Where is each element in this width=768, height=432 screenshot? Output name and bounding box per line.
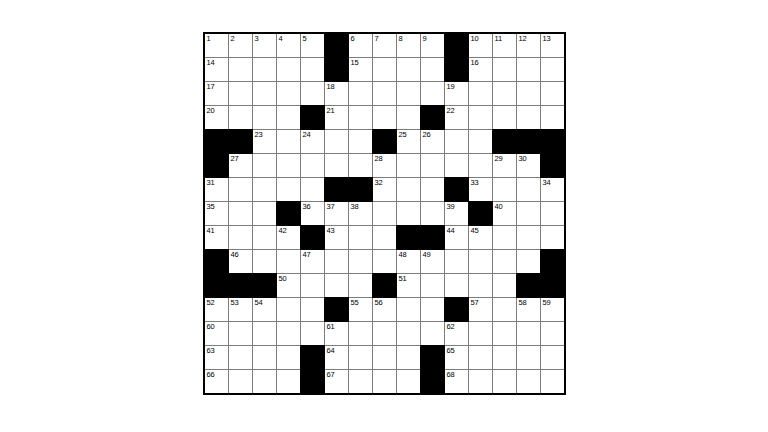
white-square[interactable]: 53 bbox=[229, 298, 252, 321]
white-square[interactable] bbox=[253, 322, 276, 345]
white-square[interactable] bbox=[541, 346, 564, 369]
white-square[interactable] bbox=[517, 370, 540, 393]
white-square[interactable]: 15 bbox=[349, 58, 372, 81]
white-square[interactable] bbox=[517, 58, 540, 81]
white-square[interactable] bbox=[541, 370, 564, 393]
clue-number: 64 bbox=[327, 347, 335, 355]
clue-number: 7 bbox=[375, 35, 379, 43]
white-square[interactable]: 37 bbox=[325, 202, 348, 225]
white-square[interactable] bbox=[469, 274, 492, 297]
white-square[interactable] bbox=[469, 106, 492, 129]
white-square[interactable] bbox=[277, 298, 300, 321]
white-square[interactable] bbox=[397, 346, 420, 369]
crossword-grid[interactable]: 1234567891011121314151617181920212223242… bbox=[203, 32, 566, 395]
white-square[interactable]: 7 bbox=[373, 34, 396, 57]
white-square[interactable]: 1 bbox=[205, 34, 228, 57]
clue-number: 50 bbox=[279, 275, 287, 283]
white-square[interactable] bbox=[349, 250, 372, 273]
black-square bbox=[493, 130, 516, 153]
white-square[interactable] bbox=[253, 178, 276, 201]
black-square bbox=[205, 274, 228, 297]
black-square bbox=[469, 202, 492, 225]
black-square bbox=[301, 226, 324, 249]
white-square[interactable]: 45 bbox=[469, 226, 492, 249]
black-square bbox=[205, 250, 228, 273]
black-square bbox=[397, 226, 420, 249]
white-square[interactable] bbox=[541, 58, 564, 81]
white-square[interactable]: 21 bbox=[325, 106, 348, 129]
clue-number: 32 bbox=[375, 179, 383, 187]
black-square bbox=[541, 250, 564, 273]
white-square[interactable] bbox=[253, 154, 276, 177]
black-square bbox=[349, 178, 372, 201]
clue-number: 47 bbox=[303, 251, 311, 259]
white-square[interactable] bbox=[421, 298, 444, 321]
white-square[interactable]: 68 bbox=[445, 370, 468, 393]
black-square bbox=[301, 346, 324, 369]
white-square[interactable]: 26 bbox=[421, 130, 444, 153]
clue-number: 62 bbox=[447, 323, 455, 331]
clue-number: 5 bbox=[303, 35, 307, 43]
clue-number: 45 bbox=[471, 227, 479, 235]
clue-number: 8 bbox=[399, 35, 403, 43]
white-square[interactable] bbox=[397, 202, 420, 225]
white-square[interactable] bbox=[301, 298, 324, 321]
clue-number: 58 bbox=[519, 299, 527, 307]
clue-number: 23 bbox=[255, 131, 263, 139]
black-square bbox=[325, 298, 348, 321]
white-square[interactable] bbox=[469, 82, 492, 105]
white-square[interactable]: 16 bbox=[469, 58, 492, 81]
white-square[interactable]: 6 bbox=[349, 34, 372, 57]
white-square[interactable]: 11 bbox=[493, 34, 516, 57]
clue-number: 9 bbox=[423, 35, 427, 43]
white-square[interactable] bbox=[325, 274, 348, 297]
white-square[interactable]: 46 bbox=[229, 250, 252, 273]
white-square[interactable]: 57 bbox=[469, 298, 492, 321]
white-square[interactable] bbox=[301, 178, 324, 201]
white-square[interactable] bbox=[493, 250, 516, 273]
clue-number: 53 bbox=[231, 299, 239, 307]
white-square[interactable]: 14 bbox=[205, 58, 228, 81]
white-square[interactable] bbox=[469, 130, 492, 153]
white-square[interactable] bbox=[373, 82, 396, 105]
white-square[interactable]: 24 bbox=[301, 130, 324, 153]
black-square bbox=[301, 106, 324, 129]
white-square[interactable]: 34 bbox=[541, 178, 564, 201]
black-square bbox=[325, 58, 348, 81]
white-square[interactable]: 55 bbox=[349, 298, 372, 321]
clue-number: 22 bbox=[447, 107, 455, 115]
clue-number: 65 bbox=[447, 347, 455, 355]
white-square[interactable]: 8 bbox=[397, 34, 420, 57]
clue-number: 24 bbox=[303, 131, 311, 139]
white-square[interactable] bbox=[517, 82, 540, 105]
white-square[interactable] bbox=[277, 58, 300, 81]
white-square[interactable] bbox=[493, 58, 516, 81]
white-square[interactable] bbox=[277, 130, 300, 153]
white-square[interactable] bbox=[229, 202, 252, 225]
black-square bbox=[277, 202, 300, 225]
clue-number: 41 bbox=[207, 227, 215, 235]
clue-number: 52 bbox=[207, 299, 215, 307]
white-square[interactable] bbox=[253, 250, 276, 273]
white-square[interactable] bbox=[517, 178, 540, 201]
white-square[interactable] bbox=[493, 298, 516, 321]
white-square[interactable] bbox=[517, 346, 540, 369]
white-square[interactable] bbox=[229, 226, 252, 249]
white-square[interactable]: 44 bbox=[445, 226, 468, 249]
clue-number: 34 bbox=[543, 179, 551, 187]
white-square[interactable] bbox=[397, 82, 420, 105]
white-square[interactable] bbox=[229, 370, 252, 393]
white-square[interactable]: 62 bbox=[445, 322, 468, 345]
white-square[interactable]: 66 bbox=[205, 370, 228, 393]
black-square bbox=[373, 130, 396, 153]
clue-number: 44 bbox=[447, 227, 455, 235]
white-square[interactable] bbox=[541, 82, 564, 105]
clue-number: 49 bbox=[423, 251, 431, 259]
white-square[interactable] bbox=[229, 178, 252, 201]
white-square[interactable] bbox=[373, 58, 396, 81]
white-square[interactable] bbox=[517, 322, 540, 345]
white-square[interactable] bbox=[229, 322, 252, 345]
white-square[interactable] bbox=[493, 226, 516, 249]
white-square[interactable] bbox=[445, 154, 468, 177]
white-square[interactable]: 18 bbox=[325, 82, 348, 105]
white-square[interactable] bbox=[349, 154, 372, 177]
white-square[interactable]: 38 bbox=[349, 202, 372, 225]
clue-number: 37 bbox=[327, 203, 335, 211]
clue-number: 46 bbox=[231, 251, 239, 259]
clue-number: 18 bbox=[327, 83, 335, 91]
clue-number: 67 bbox=[327, 371, 335, 379]
white-square[interactable] bbox=[469, 322, 492, 345]
white-square[interactable]: 25 bbox=[397, 130, 420, 153]
white-square[interactable] bbox=[253, 226, 276, 249]
clue-number: 10 bbox=[471, 35, 479, 43]
white-square[interactable] bbox=[373, 202, 396, 225]
black-square bbox=[229, 130, 252, 153]
white-square[interactable] bbox=[541, 226, 564, 249]
clue-number: 51 bbox=[399, 275, 407, 283]
white-square[interactable] bbox=[541, 202, 564, 225]
white-square[interactable] bbox=[277, 154, 300, 177]
white-square[interactable] bbox=[397, 58, 420, 81]
white-square[interactable]: 59 bbox=[541, 298, 564, 321]
clue-number: 16 bbox=[471, 59, 479, 67]
white-square[interactable]: 61 bbox=[325, 322, 348, 345]
black-square bbox=[517, 130, 540, 153]
white-square[interactable]: 40 bbox=[493, 202, 516, 225]
white-square[interactable]: 41 bbox=[205, 226, 228, 249]
white-square[interactable] bbox=[373, 370, 396, 393]
clue-number: 12 bbox=[519, 35, 527, 43]
white-square[interactable]: 9 bbox=[421, 34, 444, 57]
clue-number: 21 bbox=[327, 107, 335, 115]
black-square bbox=[205, 130, 228, 153]
clue-number: 31 bbox=[207, 179, 215, 187]
white-square[interactable]: 31 bbox=[205, 178, 228, 201]
clue-number: 19 bbox=[447, 83, 455, 91]
white-square[interactable]: 20 bbox=[205, 106, 228, 129]
white-square[interactable]: 36 bbox=[301, 202, 324, 225]
black-square bbox=[517, 274, 540, 297]
clue-number: 57 bbox=[471, 299, 479, 307]
white-square[interactable]: 63 bbox=[205, 346, 228, 369]
white-square[interactable] bbox=[493, 274, 516, 297]
white-square[interactable] bbox=[421, 154, 444, 177]
white-square[interactable]: 51 bbox=[397, 274, 420, 297]
black-square bbox=[325, 34, 348, 57]
white-square[interactable] bbox=[397, 370, 420, 393]
clue-number: 1 bbox=[207, 35, 211, 43]
white-square[interactable] bbox=[517, 106, 540, 129]
white-square[interactable] bbox=[301, 322, 324, 345]
white-square[interactable]: 39 bbox=[445, 202, 468, 225]
white-square[interactable] bbox=[277, 178, 300, 201]
white-square[interactable] bbox=[277, 322, 300, 345]
white-square[interactable] bbox=[421, 58, 444, 81]
crossword-puzzle: 1234567891011121314151617181920212223242… bbox=[203, 32, 566, 395]
black-square bbox=[445, 178, 468, 201]
black-square bbox=[445, 58, 468, 81]
white-square[interactable]: 52 bbox=[205, 298, 228, 321]
white-square[interactable] bbox=[493, 106, 516, 129]
clue-number: 14 bbox=[207, 59, 215, 67]
white-square[interactable] bbox=[349, 82, 372, 105]
clue-number: 60 bbox=[207, 323, 215, 331]
white-square[interactable] bbox=[253, 58, 276, 81]
white-square[interactable] bbox=[349, 226, 372, 249]
black-square bbox=[373, 274, 396, 297]
clue-number: 42 bbox=[279, 227, 287, 235]
white-square[interactable] bbox=[421, 202, 444, 225]
clue-number: 26 bbox=[423, 131, 431, 139]
white-square[interactable]: 2 bbox=[229, 34, 252, 57]
black-square bbox=[541, 154, 564, 177]
white-square[interactable] bbox=[253, 346, 276, 369]
white-square[interactable] bbox=[373, 346, 396, 369]
clue-number: 4 bbox=[279, 35, 283, 43]
white-square[interactable] bbox=[397, 106, 420, 129]
clue-number: 39 bbox=[447, 203, 455, 211]
white-square[interactable] bbox=[517, 202, 540, 225]
white-square[interactable] bbox=[277, 346, 300, 369]
white-square[interactable] bbox=[277, 250, 300, 273]
black-square bbox=[421, 346, 444, 369]
clue-number: 40 bbox=[495, 203, 503, 211]
white-square[interactable] bbox=[541, 322, 564, 345]
white-square[interactable] bbox=[445, 274, 468, 297]
clue-number: 27 bbox=[231, 155, 239, 163]
clue-number: 43 bbox=[327, 227, 335, 235]
black-square bbox=[445, 34, 468, 57]
black-square bbox=[301, 370, 324, 393]
clue-number: 54 bbox=[255, 299, 263, 307]
white-square[interactable]: 58 bbox=[517, 298, 540, 321]
white-square[interactable] bbox=[229, 346, 252, 369]
white-square[interactable] bbox=[349, 106, 372, 129]
clue-number: 56 bbox=[375, 299, 383, 307]
black-square bbox=[253, 274, 276, 297]
white-square[interactable] bbox=[541, 106, 564, 129]
black-square bbox=[541, 130, 564, 153]
white-square[interactable] bbox=[397, 322, 420, 345]
white-square[interactable]: 17 bbox=[205, 82, 228, 105]
white-square[interactable] bbox=[229, 58, 252, 81]
white-square[interactable] bbox=[253, 202, 276, 225]
white-square[interactable] bbox=[493, 178, 516, 201]
clue-number: 15 bbox=[351, 59, 359, 67]
white-square[interactable] bbox=[301, 154, 324, 177]
black-square bbox=[421, 226, 444, 249]
white-square[interactable] bbox=[493, 370, 516, 393]
clue-number: 20 bbox=[207, 107, 215, 115]
clue-number: 66 bbox=[207, 371, 215, 379]
clue-number: 35 bbox=[207, 203, 215, 211]
white-square[interactable] bbox=[493, 322, 516, 345]
white-square[interactable]: 43 bbox=[325, 226, 348, 249]
black-square bbox=[421, 106, 444, 129]
white-square[interactable] bbox=[373, 250, 396, 273]
white-square[interactable] bbox=[469, 370, 492, 393]
white-square[interactable]: 64 bbox=[325, 346, 348, 369]
white-square[interactable]: 3 bbox=[253, 34, 276, 57]
white-square[interactable]: 60 bbox=[205, 322, 228, 345]
white-square[interactable] bbox=[301, 82, 324, 105]
white-square[interactable] bbox=[517, 226, 540, 249]
clue-number: 2 bbox=[231, 35, 235, 43]
white-square[interactable]: 35 bbox=[205, 202, 228, 225]
clue-number: 63 bbox=[207, 347, 215, 355]
white-square[interactable]: 48 bbox=[397, 250, 420, 273]
white-square[interactable]: 10 bbox=[469, 34, 492, 57]
white-square[interactable] bbox=[373, 322, 396, 345]
white-square[interactable] bbox=[469, 154, 492, 177]
white-square[interactable]: 56 bbox=[373, 298, 396, 321]
clue-number: 38 bbox=[351, 203, 359, 211]
white-square[interactable]: 23 bbox=[253, 130, 276, 153]
white-square[interactable]: 27 bbox=[229, 154, 252, 177]
clue-number: 11 bbox=[495, 35, 502, 43]
clue-number: 30 bbox=[519, 155, 527, 163]
clue-number: 6 bbox=[351, 35, 355, 43]
white-square[interactable]: 19 bbox=[445, 82, 468, 105]
white-square[interactable] bbox=[421, 322, 444, 345]
clue-number: 59 bbox=[543, 299, 551, 307]
white-square[interactable] bbox=[301, 274, 324, 297]
white-square[interactable]: 4 bbox=[277, 34, 300, 57]
white-square[interactable] bbox=[277, 82, 300, 105]
white-square[interactable] bbox=[397, 178, 420, 201]
white-square[interactable]: 12 bbox=[517, 34, 540, 57]
black-square bbox=[421, 370, 444, 393]
clue-number: 3 bbox=[255, 35, 259, 43]
white-square[interactable]: 47 bbox=[301, 250, 324, 273]
white-square[interactable] bbox=[277, 370, 300, 393]
white-square[interactable]: 50 bbox=[277, 274, 300, 297]
white-square[interactable]: 28 bbox=[373, 154, 396, 177]
clue-number: 68 bbox=[447, 371, 455, 379]
white-square[interactable] bbox=[253, 82, 276, 105]
white-square[interactable] bbox=[349, 274, 372, 297]
white-square[interactable]: 49 bbox=[421, 250, 444, 273]
white-square[interactable] bbox=[301, 58, 324, 81]
clue-number: 25 bbox=[399, 131, 407, 139]
black-square bbox=[445, 298, 468, 321]
white-square[interactable] bbox=[253, 106, 276, 129]
white-square[interactable] bbox=[469, 250, 492, 273]
white-square[interactable] bbox=[349, 130, 372, 153]
white-square[interactable]: 42 bbox=[277, 226, 300, 249]
black-square bbox=[229, 274, 252, 297]
white-square[interactable] bbox=[349, 370, 372, 393]
white-square[interactable] bbox=[517, 250, 540, 273]
white-square[interactable] bbox=[229, 106, 252, 129]
white-square[interactable]: 13 bbox=[541, 34, 564, 57]
clue-number: 13 bbox=[543, 35, 551, 43]
black-square bbox=[541, 274, 564, 297]
white-square[interactable] bbox=[469, 346, 492, 369]
white-square[interactable]: 32 bbox=[373, 178, 396, 201]
white-square[interactable] bbox=[373, 106, 396, 129]
white-square[interactable] bbox=[421, 178, 444, 201]
clue-number: 48 bbox=[399, 251, 407, 259]
white-square[interactable] bbox=[397, 154, 420, 177]
white-square[interactable] bbox=[445, 130, 468, 153]
white-square[interactable] bbox=[229, 82, 252, 105]
white-square[interactable] bbox=[349, 346, 372, 369]
white-square[interactable] bbox=[277, 106, 300, 129]
white-square[interactable] bbox=[421, 82, 444, 105]
white-square[interactable] bbox=[493, 82, 516, 105]
white-square[interactable]: 5 bbox=[301, 34, 324, 57]
clue-number: 61 bbox=[327, 323, 335, 331]
black-square bbox=[325, 178, 348, 201]
clue-number: 33 bbox=[471, 179, 479, 187]
white-square[interactable]: 33 bbox=[469, 178, 492, 201]
white-square[interactable]: 67 bbox=[325, 370, 348, 393]
white-square[interactable]: 65 bbox=[445, 346, 468, 369]
white-square[interactable] bbox=[445, 250, 468, 273]
black-square bbox=[205, 154, 228, 177]
clue-number: 36 bbox=[303, 203, 311, 211]
white-square[interactable]: 22 bbox=[445, 106, 468, 129]
white-square[interactable]: 29 bbox=[493, 154, 516, 177]
white-square[interactable] bbox=[253, 370, 276, 393]
white-square[interactable]: 30 bbox=[517, 154, 540, 177]
white-square[interactable] bbox=[349, 322, 372, 345]
white-square[interactable] bbox=[421, 274, 444, 297]
white-square[interactable]: 54 bbox=[253, 298, 276, 321]
white-square[interactable] bbox=[325, 250, 348, 273]
white-square[interactable] bbox=[325, 130, 348, 153]
clue-number: 28 bbox=[375, 155, 383, 163]
white-square[interactable] bbox=[373, 226, 396, 249]
clue-number: 29 bbox=[495, 155, 503, 163]
white-square[interactable] bbox=[325, 154, 348, 177]
white-square[interactable] bbox=[493, 346, 516, 369]
clue-number: 55 bbox=[351, 299, 359, 307]
clue-number: 17 bbox=[207, 83, 215, 91]
white-square[interactable] bbox=[397, 298, 420, 321]
